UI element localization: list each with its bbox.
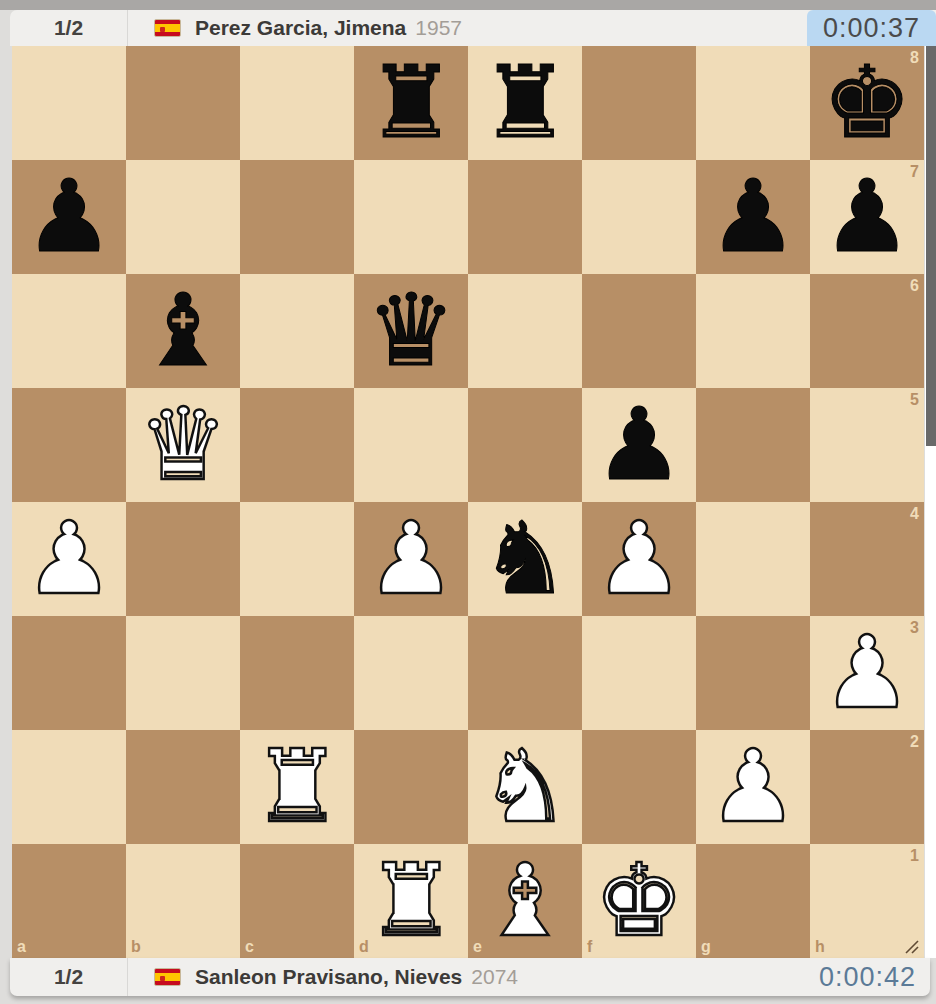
bottom-player-clock: 0:00:42 (803, 958, 930, 996)
square-c5[interactable] (240, 388, 354, 502)
square-a8[interactable] (12, 46, 126, 160)
square-g7[interactable]: ♟ (696, 160, 810, 274)
piece-white-pawn[interactable]: ♟ (582, 502, 696, 616)
file-label-c: c (245, 938, 254, 956)
piece-black-queen[interactable]: ♛ (354, 274, 468, 388)
square-c1[interactable]: c (240, 844, 354, 958)
square-f1[interactable]: f♚ (582, 844, 696, 958)
square-g2[interactable]: ♟ (696, 730, 810, 844)
square-d6[interactable]: ♛ (354, 274, 468, 388)
square-f7[interactable] (582, 160, 696, 274)
piece-black-pawn[interactable]: ♟ (696, 160, 810, 274)
square-b2[interactable] (126, 730, 240, 844)
square-b8[interactable] (126, 46, 240, 160)
square-e4[interactable]: ♞ (468, 502, 582, 616)
square-e5[interactable] (468, 388, 582, 502)
piece-white-pawn[interactable]: ♟ (696, 730, 810, 844)
square-a1[interactable]: a (12, 844, 126, 958)
rank-label-1: 1 (910, 847, 919, 865)
square-d8[interactable]: ♜ (354, 46, 468, 160)
rank-label-5: 5 (910, 391, 919, 409)
scrollbar-thumb[interactable] (926, 46, 936, 446)
square-f8[interactable] (582, 46, 696, 160)
piece-white-king[interactable]: ♚ (582, 844, 696, 958)
square-a7[interactable]: ♟ (12, 160, 126, 274)
square-g3[interactable] (696, 616, 810, 730)
rank-label-4: 4 (910, 505, 919, 523)
square-h6[interactable]: 6 (810, 274, 924, 388)
bottom-player-rating: 2074 (471, 965, 518, 989)
square-h3[interactable]: 3♟ (810, 616, 924, 730)
broadcast-board-widget: 1/2 Perez Garcia, Jimena 1957 0:00:37 ♜♜… (0, 0, 936, 1004)
top-player-score: 1/2 (10, 10, 128, 46)
rank-label-6: 6 (910, 277, 919, 295)
square-b1[interactable]: b (126, 844, 240, 958)
square-b6[interactable]: ♝ (126, 274, 240, 388)
square-e8[interactable]: ♜ (468, 46, 582, 160)
window-top-strip (0, 0, 936, 10)
square-g1[interactable]: g (696, 844, 810, 958)
square-f6[interactable] (582, 274, 696, 388)
piece-white-bishop[interactable]: ♝ (468, 844, 582, 958)
spain-flag-icon (154, 968, 181, 986)
square-h8[interactable]: 8♚ (810, 46, 924, 160)
square-a6[interactable] (12, 274, 126, 388)
square-c7[interactable] (240, 160, 354, 274)
top-player-name: Perez Garcia, Jimena (195, 16, 406, 40)
piece-black-rook[interactable]: ♜ (468, 46, 582, 160)
square-e7[interactable] (468, 160, 582, 274)
bottom-player-bar: 1/2 Sanleon Pravisano, Nieves 2074 0:00:… (10, 958, 930, 996)
square-b4[interactable] (126, 502, 240, 616)
square-c6[interactable] (240, 274, 354, 388)
square-g4[interactable] (696, 502, 810, 616)
piece-black-pawn[interactable]: ♟ (582, 388, 696, 502)
top-player-rating: 1957 (415, 16, 462, 40)
bottom-player-score: 1/2 (10, 958, 128, 996)
file-label-b: b (131, 938, 141, 956)
file-label-h: h (815, 938, 825, 956)
square-d4[interactable]: ♟ (354, 502, 468, 616)
square-h5[interactable]: 5 (810, 388, 924, 502)
square-g6[interactable] (696, 274, 810, 388)
square-d5[interactable] (354, 388, 468, 502)
square-e1[interactable]: e♝ (468, 844, 582, 958)
square-f3[interactable] (582, 616, 696, 730)
piece-white-pawn[interactable]: ♟ (810, 616, 924, 730)
square-e3[interactable] (468, 616, 582, 730)
resize-handle-icon[interactable] (903, 938, 920, 955)
piece-white-pawn[interactable]: ♟ (12, 502, 126, 616)
file-label-g: g (701, 938, 711, 956)
file-label-a: a (17, 938, 26, 956)
square-f2[interactable] (582, 730, 696, 844)
square-a3[interactable] (12, 616, 126, 730)
top-player-bar: 1/2 Perez Garcia, Jimena 1957 0:00:37 (10, 10, 936, 46)
square-e6[interactable] (468, 274, 582, 388)
piece-black-bishop[interactable]: ♝ (126, 274, 240, 388)
square-b3[interactable] (126, 616, 240, 730)
square-c4[interactable] (240, 502, 354, 616)
piece-black-king[interactable]: ♚ (810, 46, 924, 160)
piece-white-rook[interactable]: ♜ (354, 844, 468, 958)
square-c8[interactable] (240, 46, 354, 160)
bottom-player-name: Sanleon Pravisano, Nieves (195, 965, 462, 989)
piece-white-rook[interactable]: ♜ (240, 730, 354, 844)
square-h4[interactable]: 4 (810, 502, 924, 616)
square-d2[interactable] (354, 730, 468, 844)
square-h7[interactable]: 7♟ (810, 160, 924, 274)
rank-label-2: 2 (910, 733, 919, 751)
spain-flag-icon (154, 19, 181, 37)
square-e2[interactable]: ♞ (468, 730, 582, 844)
square-c2[interactable]: ♜ (240, 730, 354, 844)
piece-white-queen[interactable]: ♛ (126, 388, 240, 502)
square-h1[interactable]: 1h (810, 844, 924, 958)
square-a2[interactable] (12, 730, 126, 844)
top-player-clock: 0:00:37 (807, 10, 936, 46)
square-f4[interactable]: ♟ (582, 502, 696, 616)
scrollbar-track[interactable] (925, 46, 936, 958)
square-h2[interactable]: 2 (810, 730, 924, 844)
square-b7[interactable] (126, 160, 240, 274)
square-d7[interactable] (354, 160, 468, 274)
piece-black-pawn[interactable]: ♟ (810, 160, 924, 274)
piece-black-knight[interactable]: ♞ (468, 502, 582, 616)
square-g5[interactable] (696, 388, 810, 502)
square-d1[interactable]: d♜ (354, 844, 468, 958)
piece-black-rook[interactable]: ♜ (354, 46, 468, 160)
square-f5[interactable]: ♟ (582, 388, 696, 502)
piece-white-pawn[interactable]: ♟ (354, 502, 468, 616)
piece-white-knight[interactable]: ♞ (468, 730, 582, 844)
square-a5[interactable] (12, 388, 126, 502)
square-b5[interactable]: ♛ (126, 388, 240, 502)
square-a4[interactable]: ♟ (12, 502, 126, 616)
square-c3[interactable] (240, 616, 354, 730)
square-d3[interactable] (354, 616, 468, 730)
square-g8[interactable] (696, 46, 810, 160)
piece-black-pawn[interactable]: ♟ (12, 160, 126, 274)
chess-board[interactable]: ♜♜8♚♟♟7♟♝♛6♛♟5♟♟♞♟43♟♜♞♟2abcd♜e♝f♚g1h (12, 46, 924, 958)
